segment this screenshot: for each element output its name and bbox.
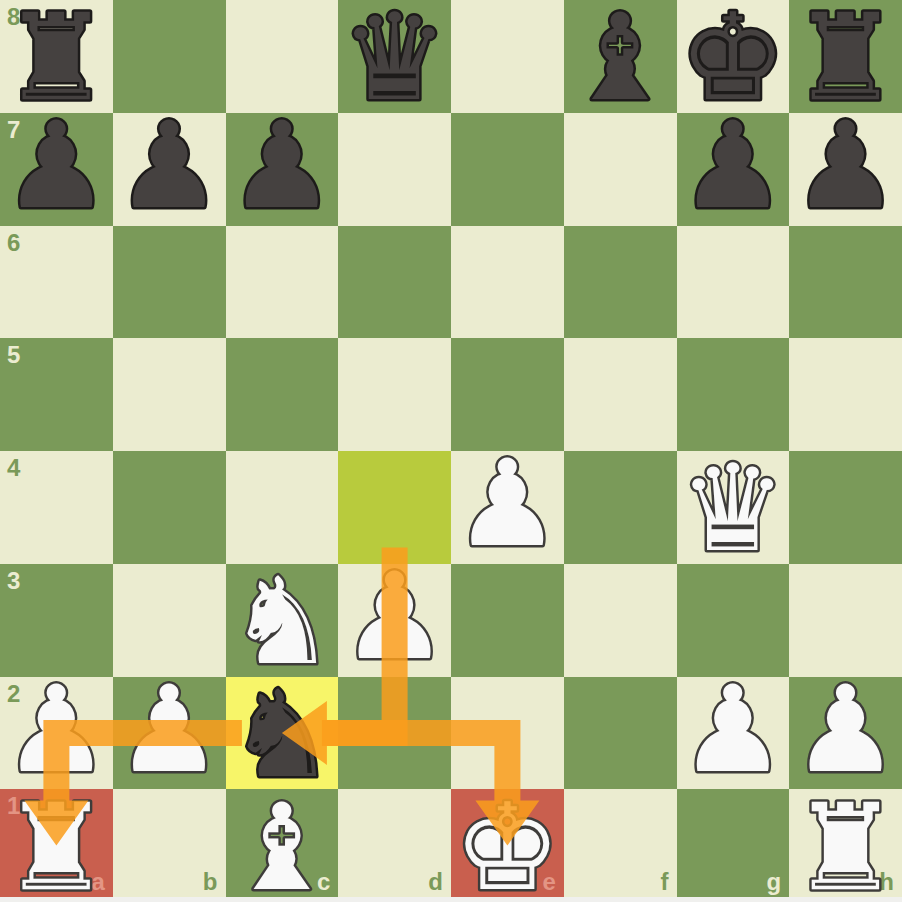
piece-black-pawn-b7[interactable]: ♟	[115, 96, 223, 235]
page-edge-strip	[0, 897, 902, 902]
piece-black-pawn-a7[interactable]: ♟	[3, 96, 111, 235]
piece-white-queen-g4[interactable]: ♛	[679, 439, 787, 578]
piece-white-bishop-c1[interactable]: ♝	[228, 778, 336, 902]
piece-white-pawn-g2[interactable]: ♟	[679, 660, 787, 799]
arrow-c2-e1	[322, 720, 540, 846]
piece-white-pawn-e4[interactable]: ♟	[454, 434, 562, 573]
piece-and-arrow-layer: ♜♛♝♚♜♟♟♟♟♟♟♛♞♟♟♟♞♟♟♜♝♚♜	[0, 0, 902, 902]
piece-black-queen-d8[interactable]: ♛	[341, 0, 449, 127]
piece-black-pawn-c7[interactable]: ♟	[228, 96, 336, 235]
piece-black-pawn-g7[interactable]: ♟	[679, 96, 787, 235]
piece-black-pawn-h7[interactable]: ♟	[792, 96, 900, 235]
piece-white-rook-h1[interactable]: ♜	[792, 778, 900, 902]
chess-board[interactable]: 87654321abcdefgh ♜♛♝♚♜♟♟♟♟♟♟♛♞♟♟♟♞♟♟♜♝♚♜	[0, 0, 902, 902]
piece-black-bishop-f8[interactable]: ♝	[566, 0, 674, 127]
